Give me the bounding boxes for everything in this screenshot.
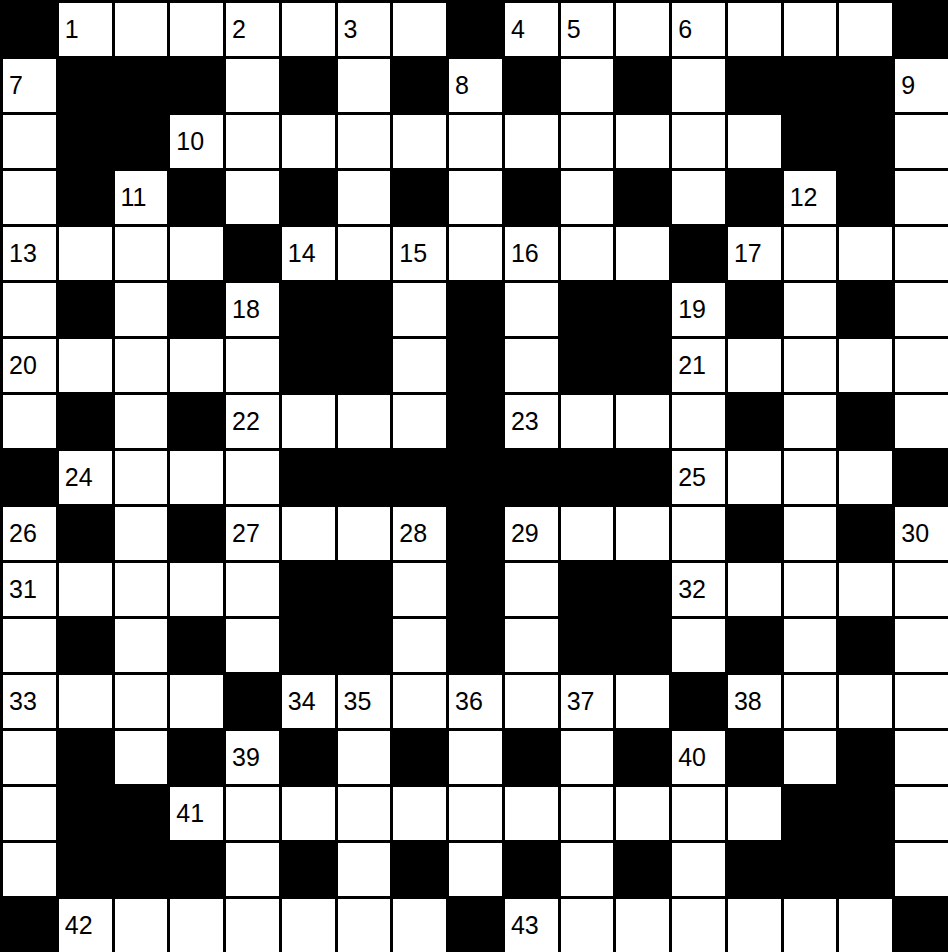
clue-number-3: 3 (338, 17, 358, 42)
cell-r2c7[interactable] (393, 115, 446, 168)
cell-r1c12[interactable] (672, 59, 725, 112)
cell-r16c15[interactable] (839, 899, 892, 952)
cell-r16c5[interactable] (282, 899, 335, 952)
cell-r3c2[interactable]: 11 (115, 171, 168, 224)
cell-r12c14[interactable] (784, 675, 837, 728)
blocked-cell-r9c8 (449, 507, 502, 560)
cell-r2c3[interactable]: 10 (170, 115, 223, 168)
cell-r6c9[interactable] (505, 339, 558, 392)
cell-r2c5[interactable] (282, 115, 335, 168)
cell-r13c6[interactable] (338, 731, 391, 784)
cell-r10c0[interactable]: 31 (3, 563, 56, 616)
cell-r3c0[interactable] (3, 171, 56, 224)
cell-r15c4[interactable] (226, 843, 279, 896)
cell-r10c12[interactable]: 32 (672, 563, 725, 616)
cell-r13c0[interactable] (3, 731, 56, 784)
blocked-cell-r1c3 (170, 59, 223, 112)
clue-number-33: 33 (3, 689, 37, 714)
cell-r8c3[interactable] (170, 451, 223, 504)
cell-r12c0[interactable]: 33 (3, 675, 56, 728)
cell-r4c6[interactable] (338, 227, 391, 280)
cell-r3c14[interactable]: 12 (784, 171, 837, 224)
cell-r13c16[interactable] (895, 731, 948, 784)
blocked-cell-r15c14 (784, 843, 837, 896)
blocked-cell-r13c7 (393, 731, 446, 784)
cell-r7c7[interactable] (393, 395, 446, 448)
crossword-board: 1234567891011121314151617181920212223242… (0, 0, 948, 952)
blocked-cell-r10c10 (561, 563, 614, 616)
blocked-cell-r5c10 (561, 283, 614, 336)
clue-number-11: 11 (115, 185, 147, 210)
cell-r10c9[interactable] (505, 563, 558, 616)
blocked-cell-r1c15 (839, 59, 892, 112)
blocked-cell-r9c3 (170, 507, 223, 560)
cell-r5c2[interactable] (115, 283, 168, 336)
cell-r13c10[interactable] (561, 731, 614, 784)
cell-r6c14[interactable] (784, 339, 837, 392)
cell-r10c1[interactable] (59, 563, 112, 616)
clue-number-4: 4 (505, 17, 525, 42)
cell-r14c7[interactable] (393, 787, 446, 840)
cell-r13c4[interactable]: 39 (226, 731, 279, 784)
cell-r16c9[interactable]: 43 (505, 899, 558, 952)
blocked-cell-r8c16 (895, 451, 948, 504)
blocked-cell-r15c7 (393, 843, 446, 896)
cell-r0c3[interactable] (170, 3, 223, 56)
cell-r1c6[interactable] (338, 59, 391, 112)
blocked-cell-r7c1 (59, 395, 112, 448)
blocked-cell-r5c5 (282, 283, 335, 336)
blocked-cell-r6c6 (338, 339, 391, 392)
cell-r2c16[interactable] (895, 115, 948, 168)
blocked-cell-r3c11 (616, 171, 669, 224)
blocked-cell-r13c11 (616, 731, 669, 784)
cell-r14c3[interactable]: 41 (170, 787, 223, 840)
cell-r6c12[interactable]: 21 (672, 339, 725, 392)
cell-r16c1[interactable]: 42 (59, 899, 112, 952)
cell-r11c2[interactable] (115, 619, 168, 672)
clue-number-19: 19 (672, 297, 706, 322)
cell-r9c5[interactable] (282, 507, 335, 560)
cell-r12c5[interactable]: 34 (282, 675, 335, 728)
clue-number-23: 23 (505, 409, 539, 434)
cell-r5c12[interactable]: 19 (672, 283, 725, 336)
cell-r1c8[interactable]: 8 (449, 59, 502, 112)
cell-r7c4[interactable]: 22 (226, 395, 279, 448)
cell-r16c12[interactable] (672, 899, 725, 952)
cell-r13c12[interactable]: 40 (672, 731, 725, 784)
clue-number-43: 43 (505, 913, 539, 938)
cell-r2c10[interactable] (561, 115, 614, 168)
blocked-cell-r3c15 (839, 171, 892, 224)
clue-number-13: 13 (3, 241, 37, 266)
cell-r9c12[interactable] (672, 507, 725, 560)
cell-r3c8[interactable] (449, 171, 502, 224)
clue-number-22: 22 (226, 409, 260, 434)
blocked-cell-r6c11 (616, 339, 669, 392)
cell-r4c11[interactable] (616, 227, 669, 280)
clue-number-20: 20 (3, 353, 37, 378)
blocked-cell-r4c4 (226, 227, 279, 280)
clue-number-16: 16 (505, 241, 539, 266)
cell-r0c12[interactable]: 6 (672, 3, 725, 56)
blocked-cell-r13c15 (839, 731, 892, 784)
cell-r16c11[interactable] (616, 899, 669, 952)
cell-r16c4[interactable] (226, 899, 279, 952)
clue-number-9: 9 (895, 73, 915, 98)
cell-r5c7[interactable] (393, 283, 446, 336)
blocked-cell-r14c1 (59, 787, 112, 840)
cell-r10c4[interactable] (226, 563, 279, 616)
clue-number-14: 14 (282, 241, 316, 266)
cell-r5c14[interactable] (784, 283, 837, 336)
cell-r11c12[interactable] (672, 619, 725, 672)
cell-r14c11[interactable] (616, 787, 669, 840)
blocked-cell-r5c15 (839, 283, 892, 336)
blocked-cell-r13c5 (282, 731, 335, 784)
cell-r16c2[interactable] (115, 899, 168, 952)
blocked-cell-r7c15 (839, 395, 892, 448)
clue-number-8: 8 (449, 73, 469, 98)
cell-r0c4[interactable]: 2 (226, 3, 279, 56)
cell-r6c7[interactable] (393, 339, 446, 392)
blocked-cell-r9c13 (728, 507, 781, 560)
cell-r9c11[interactable] (616, 507, 669, 560)
cell-r16c14[interactable] (784, 899, 837, 952)
cell-r0c11[interactable] (616, 3, 669, 56)
blocked-cell-r11c10 (561, 619, 614, 672)
blocked-cell-r1c11 (616, 59, 669, 112)
cell-r9c6[interactable] (338, 507, 391, 560)
cell-r11c4[interactable] (226, 619, 279, 672)
cell-r2c9[interactable] (505, 115, 558, 168)
blocked-cell-r16c8 (449, 899, 502, 952)
cell-r9c2[interactable] (115, 507, 168, 560)
cell-r7c6[interactable] (338, 395, 391, 448)
cell-r12c13[interactable]: 38 (728, 675, 781, 728)
blocked-cell-r11c15 (839, 619, 892, 672)
cell-r3c16[interactable] (895, 171, 948, 224)
clue-number-29: 29 (505, 521, 539, 546)
blocked-cell-r2c14 (784, 115, 837, 168)
cell-r6c13[interactable] (728, 339, 781, 392)
clue-number-25: 25 (672, 465, 706, 490)
blocked-cell-r11c6 (338, 619, 391, 672)
cell-r0c15[interactable] (839, 3, 892, 56)
blocked-cell-r3c13 (728, 171, 781, 224)
cell-r2c12[interactable] (672, 115, 725, 168)
cell-r5c4[interactable]: 18 (226, 283, 279, 336)
clue-number-40: 40 (672, 745, 706, 770)
clue-number-34: 34 (282, 689, 316, 714)
cell-r7c12[interactable] (672, 395, 725, 448)
cell-r5c16[interactable] (895, 283, 948, 336)
cell-r10c2[interactable] (115, 563, 168, 616)
cell-r6c0[interactable]: 20 (3, 339, 56, 392)
cell-r0c9[interactable]: 4 (505, 3, 558, 56)
cell-r15c0[interactable] (3, 843, 56, 896)
cell-r7c11[interactable] (616, 395, 669, 448)
blocked-cell-r8c9 (505, 451, 558, 504)
cell-r12c3[interactable] (170, 675, 223, 728)
blocked-cell-r7c13 (728, 395, 781, 448)
cell-r9c9[interactable]: 29 (505, 507, 558, 560)
blocked-cell-r8c0 (3, 451, 56, 504)
cell-r4c15[interactable] (839, 227, 892, 280)
cell-r12c2[interactable] (115, 675, 168, 728)
cell-r8c2[interactable] (115, 451, 168, 504)
cell-r7c0[interactable] (3, 395, 56, 448)
cell-r0c6[interactable]: 3 (338, 3, 391, 56)
cell-r0c14[interactable] (784, 3, 837, 56)
cell-r7c16[interactable] (895, 395, 948, 448)
blocked-cell-r1c1 (59, 59, 112, 112)
cell-r1c16[interactable]: 9 (895, 59, 948, 112)
cell-r6c4[interactable] (226, 339, 279, 392)
blocked-cell-r16c0 (3, 899, 56, 952)
blocked-cell-r5c13 (728, 283, 781, 336)
cell-r14c5[interactable] (282, 787, 335, 840)
blocked-cell-r7c8 (449, 395, 502, 448)
blocked-cell-r11c8 (449, 619, 502, 672)
cell-r6c1[interactable] (59, 339, 112, 392)
cell-r10c7[interactable] (393, 563, 446, 616)
clue-number-6: 6 (672, 17, 692, 42)
clue-number-35: 35 (338, 689, 372, 714)
cell-r12c6[interactable]: 35 (338, 675, 391, 728)
blocked-cell-r11c3 (170, 619, 223, 672)
blocked-cell-r13c1 (59, 731, 112, 784)
blocked-cell-r7c3 (170, 395, 223, 448)
blocked-cell-r3c7 (393, 171, 446, 224)
cell-r14c4[interactable] (226, 787, 279, 840)
cell-r12c10[interactable]: 37 (561, 675, 614, 728)
cell-r16c13[interactable] (728, 899, 781, 952)
cell-r11c7[interactable] (393, 619, 446, 672)
cell-r12c1[interactable] (59, 675, 112, 728)
clue-number-28: 28 (393, 521, 427, 546)
clue-number-21: 21 (672, 353, 706, 378)
cell-r14c6[interactable] (338, 787, 391, 840)
blocked-cell-r3c9 (505, 171, 558, 224)
cell-r7c2[interactable] (115, 395, 168, 448)
cell-r3c6[interactable] (338, 171, 391, 224)
blocked-cell-r5c8 (449, 283, 502, 336)
cell-r7c14[interactable] (784, 395, 837, 448)
cell-r4c14[interactable] (784, 227, 837, 280)
cell-r2c8[interactable] (449, 115, 502, 168)
cell-r4c8[interactable] (449, 227, 502, 280)
clue-number-7: 7 (3, 73, 23, 98)
clue-number-10: 10 (170, 129, 204, 154)
clue-number-42: 42 (59, 913, 93, 938)
cell-r12c8[interactable]: 36 (449, 675, 502, 728)
cell-r9c0[interactable]: 26 (3, 507, 56, 560)
blocked-cell-r5c6 (338, 283, 391, 336)
blocked-cell-r5c11 (616, 283, 669, 336)
blocked-cell-r15c9 (505, 843, 558, 896)
cell-r2c11[interactable] (616, 115, 669, 168)
cell-r0c5[interactable] (282, 3, 335, 56)
cell-r4c1[interactable] (59, 227, 112, 280)
cell-r7c9[interactable]: 23 (505, 395, 558, 448)
cell-r10c14[interactable] (784, 563, 837, 616)
cell-r1c10[interactable] (561, 59, 614, 112)
blocked-cell-r1c13 (728, 59, 781, 112)
clue-number-32: 32 (672, 577, 706, 602)
cell-r14c16[interactable] (895, 787, 948, 840)
cell-r8c4[interactable] (226, 451, 279, 504)
cell-r0c7[interactable] (393, 3, 446, 56)
cell-r14c0[interactable] (3, 787, 56, 840)
cell-r8c14[interactable] (784, 451, 837, 504)
cell-r8c1[interactable]: 24 (59, 451, 112, 504)
blocked-cell-r8c6 (338, 451, 391, 504)
clue-number-2: 2 (226, 17, 246, 42)
cell-r2c0[interactable] (3, 115, 56, 168)
cell-r12c11[interactable] (616, 675, 669, 728)
cell-r2c13[interactable] (728, 115, 781, 168)
cell-r8c12[interactable]: 25 (672, 451, 725, 504)
cell-r15c10[interactable] (561, 843, 614, 896)
cell-r14c9[interactable] (505, 787, 558, 840)
cell-r5c0[interactable] (3, 283, 56, 336)
cell-r7c10[interactable] (561, 395, 614, 448)
cell-r15c6[interactable] (338, 843, 391, 896)
cell-r15c12[interactable] (672, 843, 725, 896)
blocked-cell-r14c15 (839, 787, 892, 840)
cell-r14c8[interactable] (449, 787, 502, 840)
cell-r6c3[interactable] (170, 339, 223, 392)
cell-r14c12[interactable] (672, 787, 725, 840)
cell-r13c2[interactable] (115, 731, 168, 784)
blocked-cell-r6c5 (282, 339, 335, 392)
cell-r11c9[interactable] (505, 619, 558, 672)
cell-r14c13[interactable] (728, 787, 781, 840)
cell-r12c9[interactable] (505, 675, 558, 728)
blocked-cell-r11c11 (616, 619, 669, 672)
blocked-cell-r15c11 (616, 843, 669, 896)
blocked-cell-r15c5 (282, 843, 335, 896)
blocked-cell-r9c15 (839, 507, 892, 560)
cell-r9c4[interactable]: 27 (226, 507, 279, 560)
cell-r4c16[interactable] (895, 227, 948, 280)
blocked-cell-r8c10 (561, 451, 614, 504)
cell-r4c5[interactable]: 14 (282, 227, 335, 280)
cell-r4c0[interactable]: 13 (3, 227, 56, 280)
cell-r11c16[interactable] (895, 619, 948, 672)
cell-r2c6[interactable] (338, 115, 391, 168)
cell-r2c4[interactable] (226, 115, 279, 168)
cell-r4c13[interactable]: 17 (728, 227, 781, 280)
cell-r14c10[interactable] (561, 787, 614, 840)
cell-r0c10[interactable]: 5 (561, 3, 614, 56)
blocked-cell-r8c5 (282, 451, 335, 504)
blocked-cell-r15c13 (728, 843, 781, 896)
cell-r1c4[interactable] (226, 59, 279, 112)
cell-r9c14[interactable] (784, 507, 837, 560)
cell-r1c0[interactable]: 7 (3, 59, 56, 112)
clue-number-31: 31 (3, 577, 37, 602)
cell-r16c3[interactable] (170, 899, 223, 952)
clue-number-24: 24 (59, 465, 93, 490)
cell-r10c16[interactable] (895, 563, 948, 616)
blocked-cell-r15c3 (170, 843, 223, 896)
cell-r4c3[interactable] (170, 227, 223, 280)
cell-r4c10[interactable] (561, 227, 614, 280)
cell-r12c15[interactable] (839, 675, 892, 728)
blocked-cell-r10c5 (282, 563, 335, 616)
cell-r11c14[interactable] (784, 619, 837, 672)
blocked-cell-r6c10 (561, 339, 614, 392)
clue-number-17: 17 (728, 241, 762, 266)
cell-r8c13[interactable] (728, 451, 781, 504)
blocked-cell-r2c15 (839, 115, 892, 168)
cell-r6c2[interactable] (115, 339, 168, 392)
cell-r0c13[interactable] (728, 3, 781, 56)
cell-r16c7[interactable] (393, 899, 446, 952)
clue-number-30: 30 (895, 521, 929, 546)
blocked-cell-r5c3 (170, 283, 223, 336)
cell-r8c15[interactable] (839, 451, 892, 504)
cell-r11c0[interactable] (3, 619, 56, 672)
cell-r3c10[interactable] (561, 171, 614, 224)
clue-number-36: 36 (449, 689, 483, 714)
cell-r9c10[interactable] (561, 507, 614, 560)
cell-r15c16[interactable] (895, 843, 948, 896)
cell-r3c4[interactable] (226, 171, 279, 224)
clue-number-41: 41 (170, 801, 204, 826)
cell-r4c7[interactable]: 15 (393, 227, 446, 280)
blocked-cell-r3c1 (59, 171, 112, 224)
cell-r7c5[interactable] (282, 395, 335, 448)
cell-r6c15[interactable] (839, 339, 892, 392)
cell-r15c8[interactable] (449, 843, 502, 896)
cell-r16c6[interactable] (338, 899, 391, 952)
cell-r10c15[interactable] (839, 563, 892, 616)
cell-r12c16[interactable] (895, 675, 948, 728)
cell-r0c1[interactable]: 1 (59, 3, 112, 56)
blocked-cell-r13c13 (728, 731, 781, 784)
cell-r4c2[interactable] (115, 227, 168, 280)
cell-r4c9[interactable]: 16 (505, 227, 558, 280)
cell-r5c9[interactable] (505, 283, 558, 336)
cell-r16c10[interactable] (561, 899, 614, 952)
cell-r10c3[interactable] (170, 563, 223, 616)
blocked-cell-r10c11 (616, 563, 669, 616)
cell-r6c16[interactable] (895, 339, 948, 392)
cell-r13c8[interactable] (449, 731, 502, 784)
cell-r0c2[interactable] (115, 3, 168, 56)
clue-number-12: 12 (784, 185, 818, 210)
cell-r9c7[interactable]: 28 (393, 507, 446, 560)
cell-r3c12[interactable] (672, 171, 725, 224)
blocked-cell-r1c14 (784, 59, 837, 112)
blocked-cell-r3c3 (170, 171, 223, 224)
cell-r12c7[interactable] (393, 675, 446, 728)
blocked-cell-r15c15 (839, 843, 892, 896)
blocked-cell-r4c12 (672, 227, 725, 280)
clue-number-39: 39 (226, 745, 260, 770)
cell-r9c16[interactable]: 30 (895, 507, 948, 560)
blocked-cell-r13c3 (170, 731, 223, 784)
blocked-cell-r1c7 (393, 59, 446, 112)
cell-r10c13[interactable] (728, 563, 781, 616)
clue-number-38: 38 (728, 689, 762, 714)
blocked-cell-r12c12 (672, 675, 725, 728)
cell-r13c14[interactable] (784, 731, 837, 784)
blocked-cell-r0c8 (449, 3, 502, 56)
